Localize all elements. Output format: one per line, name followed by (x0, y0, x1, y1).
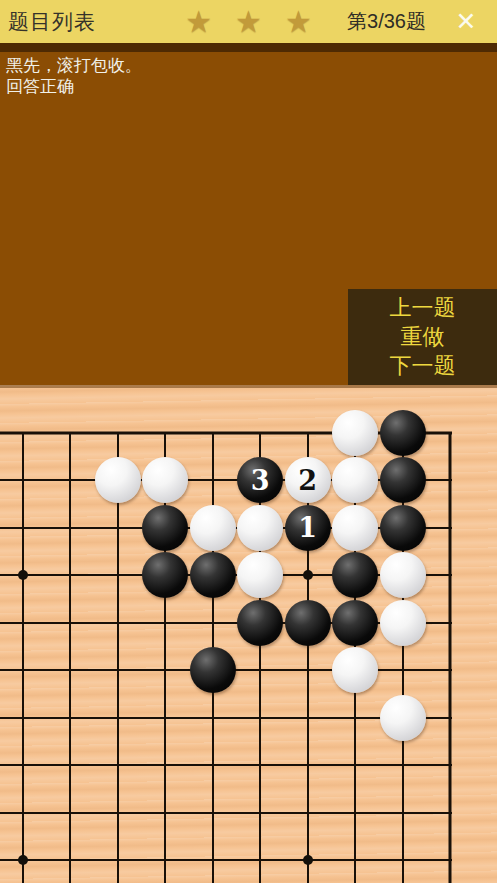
board-point-T14[interactable] (427, 647, 475, 695)
star-point (18, 570, 28, 580)
board-point-Q11[interactable] (284, 789, 332, 837)
board-point-N16[interactable] (142, 552, 190, 600)
board-point-N10[interactable] (142, 837, 190, 883)
next-problem-button[interactable]: 下一题 (390, 355, 456, 377)
board-point-O11[interactable] (189, 789, 237, 837)
board-point-S14[interactable] (379, 647, 427, 695)
board-point-T11[interactable] (427, 789, 475, 837)
answer-status: 回答正确 (6, 76, 489, 97)
board-point-T15[interactable] (427, 599, 475, 647)
board-point-T10[interactable] (427, 837, 475, 883)
board-point-K19[interactable] (0, 409, 47, 457)
board-point-Q13[interactable] (284, 694, 332, 742)
board-point-N13[interactable] (142, 694, 190, 742)
white-stone (332, 457, 378, 503)
board-point-K18[interactable] (0, 457, 47, 505)
board-point-M14[interactable] (94, 647, 142, 695)
board-point-S18[interactable] (379, 457, 427, 505)
board-point-L12[interactable] (47, 742, 95, 790)
board-point-Q10[interactable] (284, 837, 332, 883)
board-point-M17[interactable] (94, 504, 142, 552)
board-point-P14[interactable] (237, 647, 285, 695)
board-point-R15[interactable] (332, 599, 380, 647)
board-point-P18[interactable]: 3 (237, 457, 285, 505)
black-stone (142, 505, 188, 551)
white-stone (190, 505, 236, 551)
board-point-S16[interactable] (379, 552, 427, 600)
board-point-O18[interactable] (189, 457, 237, 505)
board-point-O16[interactable] (189, 552, 237, 600)
board-point-K16[interactable] (0, 552, 47, 600)
board-point-S15[interactable] (379, 599, 427, 647)
board-point-R18[interactable] (332, 457, 380, 505)
white-stone (142, 457, 188, 503)
white-stone-move-2: 2 (285, 457, 331, 503)
board-point-M11[interactable] (94, 789, 142, 837)
board-point-Q16[interactable] (284, 552, 332, 600)
board-point-R14[interactable] (332, 647, 380, 695)
black-stone (380, 457, 426, 503)
board-point-R10[interactable] (332, 837, 380, 883)
board-point-S19[interactable] (379, 409, 427, 457)
board-point-P11[interactable] (237, 789, 285, 837)
board-point-N15[interactable] (142, 599, 190, 647)
board-point-M13[interactable] (94, 694, 142, 742)
black-stone-move-3: 3 (237, 457, 283, 503)
navigation-panel: 上一题 重做 下一题 (348, 289, 497, 385)
star-icon: ★ (185, 7, 212, 37)
header-divider (0, 43, 497, 52)
board-point-N11[interactable] (142, 789, 190, 837)
go-board: 321 (0, 385, 497, 883)
black-stone (237, 600, 283, 646)
black-stone-move-1: 1 (285, 505, 331, 551)
board-point-Q14[interactable] (284, 647, 332, 695)
board-point-Q19[interactable] (284, 409, 332, 457)
board-point-S12[interactable] (379, 742, 427, 790)
star-rating: ★★★ (185, 0, 312, 43)
problem-progress: 第3/36题 (347, 0, 426, 43)
board-point-L19[interactable] (47, 409, 95, 457)
problem-statement: 黑先，滚打包收。 (6, 55, 489, 76)
board-point-L18[interactable] (47, 457, 95, 505)
black-stone (190, 647, 236, 693)
board-point-P12[interactable] (237, 742, 285, 790)
board-point-K15[interactable] (0, 599, 47, 647)
board-point-N14[interactable] (142, 647, 190, 695)
board-point-T19[interactable] (427, 409, 475, 457)
board-point-Q18[interactable]: 2 (284, 457, 332, 505)
board-point-T12[interactable] (427, 742, 475, 790)
black-stone (380, 410, 426, 456)
board-point-T18[interactable] (427, 457, 475, 505)
board-point-R13[interactable] (332, 694, 380, 742)
board-point-M15[interactable] (94, 599, 142, 647)
white-stone (380, 600, 426, 646)
white-stone (332, 505, 378, 551)
goban-grid: 321 (0, 409, 474, 883)
star-point (303, 855, 313, 865)
black-stone (332, 600, 378, 646)
board-point-Q12[interactable] (284, 742, 332, 790)
board-point-K12[interactable] (0, 742, 47, 790)
white-stone (332, 410, 378, 456)
board-point-O15[interactable] (189, 599, 237, 647)
board-point-O14[interactable] (189, 647, 237, 695)
board-point-O12[interactable] (189, 742, 237, 790)
board-point-K10[interactable] (0, 837, 47, 883)
board-point-M12[interactable] (94, 742, 142, 790)
board-point-P19[interactable] (237, 409, 285, 457)
white-stone (237, 505, 283, 551)
close-icon[interactable]: ✕ (447, 0, 485, 43)
board-point-P15[interactable] (237, 599, 285, 647)
board-point-O10[interactable] (189, 837, 237, 883)
board-point-S11[interactable] (379, 789, 427, 837)
problem-list-button[interactable]: 题目列表 (8, 0, 96, 43)
board-point-Q15[interactable] (284, 599, 332, 647)
previous-problem-button[interactable]: 上一题 (390, 297, 456, 319)
redo-button[interactable]: 重做 (401, 326, 445, 348)
board-point-S17[interactable] (379, 504, 427, 552)
board-point-O19[interactable] (189, 409, 237, 457)
board-point-K17[interactable] (0, 504, 47, 552)
black-stone (332, 552, 378, 598)
board-point-O13[interactable] (189, 694, 237, 742)
board-point-P13[interactable] (237, 694, 285, 742)
board-point-K14[interactable] (0, 647, 47, 695)
board-point-R17[interactable] (332, 504, 380, 552)
black-stone (285, 600, 331, 646)
board-point-N12[interactable] (142, 742, 190, 790)
board-point-M16[interactable] (94, 552, 142, 600)
board-point-L17[interactable] (47, 504, 95, 552)
board-point-L11[interactable] (47, 789, 95, 837)
tsumego-app: 题目列表 ★★★ 第3/36题 ✕ 黑先，滚打包收。 回答正确 上一题 重做 下… (0, 0, 497, 883)
board-point-N17[interactable] (142, 504, 190, 552)
board-point-M10[interactable] (94, 837, 142, 883)
board-point-T16[interactable] (427, 552, 475, 600)
board-point-R16[interactable] (332, 552, 380, 600)
board-point-R19[interactable] (332, 409, 380, 457)
board-point-O17[interactable] (189, 504, 237, 552)
header-bar: 题目列表 ★★★ 第3/36题 ✕ (0, 0, 497, 43)
board-point-R12[interactable] (332, 742, 380, 790)
board-point-L15[interactable] (47, 599, 95, 647)
white-stone (332, 647, 378, 693)
board-point-P17[interactable] (237, 504, 285, 552)
board-top-border (0, 385, 497, 388)
board-point-N18[interactable] (142, 457, 190, 505)
board-point-M19[interactable] (94, 409, 142, 457)
board-point-L14[interactable] (47, 647, 95, 695)
problem-message-area: 黑先，滚打包收。 回答正确 上一题 重做 下一题 (0, 52, 497, 385)
board-point-K11[interactable] (0, 789, 47, 837)
white-stone (237, 552, 283, 598)
star-point (18, 855, 28, 865)
board-point-Q17[interactable]: 1 (284, 504, 332, 552)
board-point-L13[interactable] (47, 694, 95, 742)
black-stone (142, 552, 188, 598)
board-point-K13[interactable] (0, 694, 47, 742)
white-stone (380, 695, 426, 741)
black-stone (380, 505, 426, 551)
board-point-T13[interactable] (427, 694, 475, 742)
board-point-R11[interactable] (332, 789, 380, 837)
board-point-P10[interactable] (237, 837, 285, 883)
board-point-T17[interactable] (427, 504, 475, 552)
board-point-M18[interactable] (94, 457, 142, 505)
board-point-S10[interactable] (379, 837, 427, 883)
board-point-P16[interactable] (237, 552, 285, 600)
black-stone (190, 552, 236, 598)
board-point-N19[interactable] (142, 409, 190, 457)
white-stone (95, 457, 141, 503)
board-point-L10[interactable] (47, 837, 95, 883)
white-stone (380, 552, 426, 598)
star-point (303, 570, 313, 580)
star-icon: ★ (235, 7, 262, 37)
board-point-S13[interactable] (379, 694, 427, 742)
star-icon: ★ (285, 7, 312, 37)
board-point-L16[interactable] (47, 552, 95, 600)
